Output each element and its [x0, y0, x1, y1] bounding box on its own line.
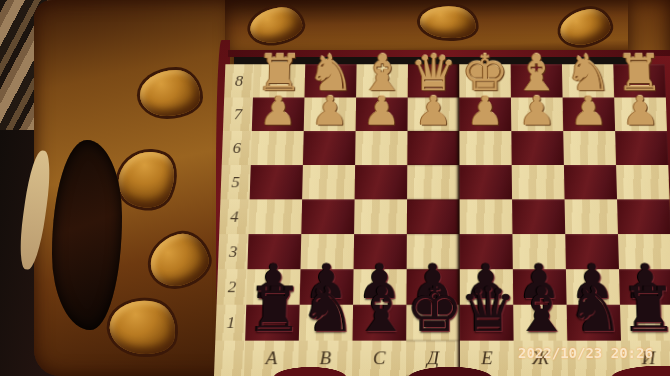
camera-timestamp: 2022/10/23 20:26 [518, 345, 653, 361]
carving-swirl-icon [140, 70, 200, 116]
square-g4[interactable] [565, 199, 618, 234]
square-g1[interactable]: ♞ [567, 305, 621, 341]
light-knight-g8[interactable]: ♞ [562, 50, 615, 98]
square-c6[interactable] [355, 131, 407, 165]
light-pawn-b7[interactable]: ♟ [304, 93, 356, 131]
square-a2[interactable]: ♟ [246, 269, 300, 305]
light-queen-d8[interactable]: ♛ [408, 50, 460, 98]
square-b4[interactable] [301, 199, 354, 234]
light-pawn-d7[interactable]: ♟ [408, 93, 460, 131]
light-pawn-h7[interactable]: ♟ [614, 93, 667, 131]
light-pawn-g7[interactable]: ♟ [562, 93, 615, 131]
square-g7[interactable]: ♟ [563, 97, 616, 131]
board-grid: 8♜♞♝♛♚♝♞♜7♟♟♟♟♟♟♟♟65432♟♟♟♟♟♟♟♟1♜♞♝♚♛♝♞♜… [214, 64, 670, 376]
square-d6[interactable] [407, 131, 459, 165]
square-h4[interactable] [617, 199, 670, 234]
light-pawn-a7[interactable]: ♟ [252, 93, 305, 131]
square-d3[interactable] [407, 234, 460, 269]
board-top-border [228, 50, 670, 57]
light-king-e8[interactable]: ♚ [459, 50, 511, 98]
light-rook-a8[interactable]: ♜ [253, 50, 306, 98]
square-a3[interactable] [247, 234, 301, 269]
light-pawn-f7[interactable]: ♟ [511, 93, 563, 131]
rank-label-7: 7 [223, 97, 253, 131]
square-a5[interactable] [250, 165, 303, 199]
square-f2[interactable]: ♟ [513, 269, 567, 305]
square-g6[interactable] [563, 131, 616, 165]
square-d7[interactable]: ♟ [408, 97, 460, 131]
square-h1[interactable]: ♜ [620, 305, 670, 341]
square-h3[interactable] [618, 234, 670, 269]
square-g8[interactable]: ♞ [562, 64, 614, 97]
square-a4[interactable] [249, 199, 303, 234]
square-a7[interactable]: ♟ [252, 97, 305, 131]
square-b7[interactable]: ♟ [304, 97, 356, 131]
square-d2[interactable]: ♟ [406, 269, 459, 305]
square-d4[interactable] [407, 199, 460, 234]
square-e7[interactable]: ♟ [459, 97, 511, 131]
light-pawn-c7[interactable]: ♟ [356, 93, 408, 131]
square-h8[interactable]: ♜ [613, 64, 666, 97]
square-h2[interactable]: ♟ [619, 269, 670, 305]
square-d8[interactable]: ♛ [408, 64, 460, 97]
square-b1[interactable]: ♞ [299, 305, 353, 341]
carved-frame-bottom [240, 364, 670, 376]
rank-label-2: 2 [217, 269, 248, 305]
square-g5[interactable] [564, 165, 617, 199]
square-e6[interactable] [459, 131, 511, 165]
rank-label-3: 3 [218, 234, 249, 269]
square-g2[interactable]: ♟ [566, 269, 620, 305]
square-f7[interactable]: ♟ [511, 97, 563, 131]
square-a1[interactable]: ♜ [245, 305, 300, 341]
square-b5[interactable] [302, 165, 355, 199]
square-f4[interactable] [512, 199, 565, 234]
square-e8[interactable]: ♚ [459, 64, 511, 97]
light-knight-b8[interactable]: ♞ [304, 50, 356, 98]
square-e2[interactable]: ♟ [460, 269, 513, 305]
square-b6[interactable] [303, 131, 356, 165]
square-b8[interactable]: ♞ [304, 64, 356, 97]
chess-board: 8♜♞♝♛♚♝♞♜7♟♟♟♟♟♟♟♟65432♟♟♟♟♟♟♟♟1♜♞♝♚♛♝♞♜… [214, 64, 670, 376]
square-f6[interactable] [511, 131, 564, 165]
square-f3[interactable] [512, 234, 565, 269]
square-c2[interactable]: ♟ [353, 269, 407, 305]
square-c3[interactable] [354, 234, 407, 269]
square-e5[interactable] [459, 165, 512, 199]
square-c1[interactable]: ♝ [353, 305, 407, 341]
square-f1[interactable]: ♝ [513, 305, 567, 341]
rank-label-8: 8 [224, 64, 254, 97]
square-e4[interactable] [460, 199, 513, 234]
square-c5[interactable] [355, 165, 408, 199]
square-f5[interactable] [512, 165, 565, 199]
square-c4[interactable] [354, 199, 407, 234]
rank-label-6: 6 [222, 131, 252, 165]
square-d5[interactable] [407, 165, 459, 199]
square-h7[interactable]: ♟ [614, 97, 667, 131]
square-d1[interactable]: ♚ [406, 305, 460, 341]
light-bishop-c8[interactable]: ♝ [356, 50, 408, 98]
square-c7[interactable]: ♟ [356, 97, 408, 131]
rank-label-4: 4 [219, 199, 249, 234]
square-b2[interactable]: ♟ [300, 269, 354, 305]
square-h6[interactable] [615, 131, 668, 165]
square-c8[interactable]: ♝ [356, 64, 408, 97]
square-e1[interactable]: ♛ [460, 305, 514, 341]
square-e3[interactable] [460, 234, 513, 269]
light-pawn-e7[interactable]: ♟ [459, 93, 511, 131]
square-a6[interactable] [251, 131, 304, 165]
square-h5[interactable] [616, 165, 669, 199]
light-bishop-f8[interactable]: ♝ [510, 50, 562, 98]
square-g3[interactable] [565, 234, 619, 269]
photo-of-chess-board: 8♜♞♝♛♚♝♞♜7♟♟♟♟♟♟♟♟65432♟♟♟♟♟♟♟♟1♜♞♝♚♛♝♞♜… [0, 0, 670, 376]
square-a8[interactable]: ♜ [253, 64, 305, 97]
rank-label-5: 5 [220, 165, 250, 199]
square-f8[interactable]: ♝ [511, 64, 563, 97]
square-b3[interactable] [300, 234, 354, 269]
rank-label-1: 1 [215, 305, 246, 341]
